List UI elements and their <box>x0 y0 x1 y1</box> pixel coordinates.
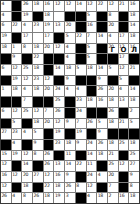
cell-r16c12[interactable]: 9 <box>129 172 139 182</box>
cell-r0c11[interactable]: 21 <box>119 1 129 11</box>
cell-r18c4[interactable]: 18 <box>44 193 54 203</box>
cell-number: 24 <box>76 108 81 113</box>
cell-r6c3[interactable]: 18 <box>33 65 43 75</box>
cell-r13c6[interactable]: 18 <box>65 140 75 150</box>
cell-number: 14 <box>76 1 81 6</box>
cell-number: 4 <box>2 1 5 6</box>
cell-r8c0[interactable]: 1 <box>1 86 11 96</box>
cell-r4c12[interactable]: 16Л <box>129 44 139 54</box>
cell-r17c10[interactable]: 7 <box>108 183 118 193</box>
block-cell-r4c7 <box>76 44 86 54</box>
cell-number: 25 <box>23 65 28 70</box>
cell-r3c2[interactable]: 17 <box>22 33 32 43</box>
cell-r10c1[interactable]: 12 <box>12 108 22 118</box>
cell-number: 7 <box>108 183 111 188</box>
cell-number: 16 <box>119 193 124 198</box>
cell-r8c1[interactable]: 18 <box>12 86 22 96</box>
cell-r2c8[interactable]: 16 <box>87 22 97 32</box>
cell-r12c5[interactable]: 19 <box>54 129 64 139</box>
block-cell-r5c5 <box>54 54 64 64</box>
cell-r11c1[interactable]: 5 <box>12 119 22 129</box>
cell-r18c8[interactable]: 4 <box>87 193 97 203</box>
cell-r14c1[interactable]: 19 <box>12 151 22 161</box>
cell-number: 12 <box>2 161 7 166</box>
cell-r12c2[interactable]: 4 <box>22 129 32 139</box>
cell-number: 20 <box>108 22 113 27</box>
cell-number: 2 <box>130 108 133 113</box>
block-cell-r7c10 <box>108 76 118 86</box>
cell-number: 22 <box>98 1 103 6</box>
cell-number: 4 <box>23 129 26 134</box>
cell-r9c2[interactable]: 7 <box>22 97 32 107</box>
cell-number: 12 <box>12 65 17 70</box>
cell-r6c11[interactable]: 12 <box>119 65 129 75</box>
cell-r3c9[interactable]: 14 <box>97 33 107 43</box>
cell-number: 18 <box>98 193 103 198</box>
cell-r3c4[interactable]: 17 <box>44 33 54 43</box>
cell-number: 26 <box>2 193 7 198</box>
cell-r12c3[interactable]: 5 <box>33 129 43 139</box>
cell-r1c2[interactable]: 19 <box>22 12 32 22</box>
block-cell-r18c7 <box>76 193 86 203</box>
cell-number: 23 <box>34 76 39 81</box>
cell-number: 17 <box>44 33 49 38</box>
cell-number: 18 <box>12 86 17 91</box>
cell-r1c8[interactable]: 5 <box>87 12 97 22</box>
cell-r17c8[interactable]: 12 <box>87 183 97 193</box>
cell-r17c6[interactable]: 26 <box>65 183 75 193</box>
cell-number: 19 <box>2 33 7 38</box>
block-cell-r1c1 <box>12 12 22 22</box>
block-cell-r3c5 <box>54 33 64 43</box>
cell-r12c7[interactable]: 19 <box>76 129 86 139</box>
cell-r0c0[interactable]: 4 <box>1 1 11 11</box>
cell-r16c6[interactable]: 9 <box>65 172 75 182</box>
cell-r2c1[interactable]: 22 <box>12 22 22 32</box>
cell-r8c3[interactable]: 18 <box>33 86 43 96</box>
cell-r6c10[interactable]: 5 <box>108 65 118 75</box>
block-cell-r10c8 <box>87 108 97 118</box>
cell-r18c2[interactable]: 8 <box>22 193 32 203</box>
cell-r11c8[interactable]: 26 <box>87 119 97 129</box>
cell-r13c12[interactable]: 18 <box>129 140 139 150</box>
cell-r8c2[interactable]: 4 <box>22 86 32 96</box>
cell-r0c10[interactable]: 12 <box>108 1 118 11</box>
cell-r0c9[interactable]: 22 <box>97 1 107 11</box>
cell-r11c6[interactable]: 9 <box>65 119 75 129</box>
cell-number: 18 <box>34 44 39 49</box>
cell-number: 19 <box>55 193 60 198</box>
cell-r7c2[interactable]: 12 <box>22 76 32 86</box>
cell-number: 20 <box>44 119 49 124</box>
cell-r10c5[interactable]: 26 <box>54 108 64 118</box>
cell-number: 20 <box>44 44 49 49</box>
cell-r7c6[interactable]: 9 <box>65 76 75 86</box>
cell-r14c3[interactable]: 8 <box>33 151 43 161</box>
cell-r12c0[interactable]: 27 <box>1 129 11 139</box>
cell-number: 26 <box>34 193 39 198</box>
cell-r14c6[interactable]: 11 <box>65 151 75 161</box>
cell-r16c10[interactable]: 20 <box>108 172 118 182</box>
cell-r4c2[interactable]: 8 <box>22 44 32 54</box>
cell-r4c0[interactable]: 18 <box>1 44 11 54</box>
cell-r13c10[interactable]: 18 <box>108 140 118 150</box>
cell-number: 5 <box>66 33 69 38</box>
cell-number: 14 <box>87 151 92 156</box>
cell-r9c10[interactable]: 18 <box>108 97 118 107</box>
cell-r2c10[interactable]: 20 <box>108 22 118 32</box>
cell-number: 18 <box>108 119 113 124</box>
cell-r2c0[interactable]: 6 <box>1 22 11 32</box>
cell-r4c5[interactable]: 12 <box>54 44 64 54</box>
cell-r14c8[interactable]: 14 <box>87 151 97 161</box>
cell-r8c6[interactable]: 4 <box>65 86 75 96</box>
cell-r18c9[interactable]: 18 <box>97 193 107 203</box>
cell-r4c8[interactable]: 5 <box>87 44 97 54</box>
cell-number: 26 <box>87 119 92 124</box>
block-cell-r15c1 <box>12 161 22 171</box>
cell-number: 5 <box>76 65 79 70</box>
cell-r17c5[interactable]: 18 <box>54 183 64 193</box>
cell-r9c8[interactable]: 18 <box>87 97 97 107</box>
block-cell-r3c1 <box>12 33 22 43</box>
cell-r8c5[interactable]: 24 <box>54 86 64 96</box>
cell-number: 18 <box>130 97 135 102</box>
block-cell-r7c0 <box>1 76 11 86</box>
cell-r3c6[interactable]: 5 <box>65 33 75 43</box>
cell-r3c8[interactable]: 7 <box>87 33 97 43</box>
cell-r15c6[interactable]: 14 <box>65 161 75 171</box>
cell-number: 12 <box>87 1 92 6</box>
cell-r17c2[interactable]: 18 <box>22 183 32 193</box>
cell-number: 13 <box>119 97 124 102</box>
block-cell-r12c11 <box>119 129 129 139</box>
cell-number: 18 <box>44 12 49 17</box>
cell-r2c2[interactable]: 4 <box>22 22 32 32</box>
cell-r5c1[interactable]: 9 <box>12 54 22 64</box>
cell-number: 26 <box>23 1 28 6</box>
cell-number: 18 <box>34 1 39 6</box>
cell-r8c11[interactable]: 4 <box>119 86 129 96</box>
cell-r4c1[interactable]: 1 <box>12 44 22 54</box>
cell-number: 8 <box>76 183 79 188</box>
cell-r7c9[interactable]: 9 <box>97 76 107 86</box>
cell-r8c12[interactable]: 14 <box>129 86 139 96</box>
cell-r9c9[interactable]: 16 <box>97 97 107 107</box>
cell-r8c10[interactable]: 20 <box>108 86 118 96</box>
cell-number: 18 <box>34 86 39 91</box>
cell-r15c0[interactable]: 12 <box>1 161 11 171</box>
cell-number: 21 <box>119 119 124 124</box>
cell-r8c9[interactable]: 26 <box>97 86 107 96</box>
cell-r6c1[interactable]: 12 <box>12 65 22 75</box>
cell-number: 9 <box>34 140 37 145</box>
cell-r17c0[interactable]: 12 <box>1 183 11 193</box>
cell-r18c11[interactable]: 16 <box>119 193 129 203</box>
block-cell-r17c1 <box>12 183 22 193</box>
cell-r9c12[interactable]: 18 <box>129 97 139 107</box>
cell-r9c7[interactable]: 23 <box>76 97 86 107</box>
block-cell-r12c10 <box>108 129 118 139</box>
cell-r16c1[interactable]: 12 <box>12 172 22 182</box>
cell-r2c12[interactable]: 14 <box>129 22 139 32</box>
cell-r6c7[interactable]: 5 <box>76 65 86 75</box>
cell-r12c9[interactable]: 9 <box>97 129 107 139</box>
cell-r4c3[interactable]: 18 <box>33 44 43 54</box>
cell-r11c10[interactable]: 18 <box>108 119 118 129</box>
cell-r10c2[interactable]: 25 <box>22 108 32 118</box>
given-letter: О <box>119 47 129 54</box>
cell-r18c3[interactable]: 26 <box>33 193 43 203</box>
block-cell-r10c11 <box>119 108 129 118</box>
cell-r15c4[interactable]: 26 <box>44 161 54 171</box>
cell-r14c0[interactable]: 15 <box>1 151 11 161</box>
cell-r5c11[interactable]: 17 <box>119 54 129 64</box>
cell-r6c2[interactable]: 25 <box>22 65 32 75</box>
cell-number: 18 <box>130 33 135 38</box>
cell-number: 21 <box>130 65 135 70</box>
cell-r14c4[interactable]: 26 <box>44 151 54 161</box>
cell-r15c5[interactable]: 13 <box>54 161 64 171</box>
cell-r0c8[interactable]: 12 <box>87 1 97 11</box>
cell-r6c9[interactable]: 14 <box>97 65 107 75</box>
cell-r15c12[interactable]: 27 <box>129 161 139 171</box>
cell-r9c5[interactable]: 25 <box>54 97 64 107</box>
cell-r7c1[interactable]: 19 <box>12 76 22 86</box>
cell-number: 5 <box>98 119 101 124</box>
block-cell-r14c11 <box>119 151 129 161</box>
cell-r0c4[interactable]: 16 <box>44 1 54 11</box>
cell-number: 12 <box>12 108 17 113</box>
cell-r14c12[interactable]: 25 <box>129 151 139 161</box>
cell-r4c10[interactable]: 20Г <box>108 44 118 54</box>
cell-r5c8[interactable]: 5 <box>87 54 97 64</box>
cell-r18c0[interactable]: 26 <box>1 193 11 203</box>
cell-r16c8[interactable]: 24 <box>87 172 97 182</box>
cell-r16c9[interactable]: 4 <box>97 172 107 182</box>
cell-number: 14 <box>66 161 71 166</box>
cell-r2c4[interactable]: 19 <box>44 22 54 32</box>
given-letter: Г <box>108 47 118 54</box>
cell-r2c5[interactable]: 13 <box>54 22 64 32</box>
cell-r16c4[interactable]: 12 <box>44 172 54 182</box>
cell-number: 25 <box>130 151 135 156</box>
cell-number: 27 <box>2 129 7 134</box>
cell-r1c12[interactable]: 18 <box>129 12 139 22</box>
cell-r6c0[interactable]: 6 <box>1 65 11 75</box>
block-cell-r17c9 <box>97 183 107 193</box>
cell-r17c4[interactable]: 22 <box>44 183 54 193</box>
cell-r11c12[interactable]: 5 <box>129 119 139 129</box>
cell-r4c6[interactable]: 4 <box>65 44 75 54</box>
cell-r0c5[interactable]: 12 <box>54 1 64 11</box>
cell-number: 7 <box>87 33 90 38</box>
cell-number: 4 <box>76 86 79 91</box>
cell-number: 26 <box>108 108 113 113</box>
cell-r14c2[interactable]: 12 <box>22 151 32 161</box>
cell-r16c3[interactable]: 27 <box>33 172 43 182</box>
block-cell-r11c2 <box>22 119 32 129</box>
block-cell-r5c4 <box>44 54 54 64</box>
block-cell-r1c3 <box>33 12 43 22</box>
cell-number: 22 <box>44 183 49 188</box>
cell-r10c7[interactable]: 24 <box>76 108 86 118</box>
cell-r6c8[interactable]: 18 <box>87 65 97 75</box>
cell-r3c10[interactable]: 4 <box>108 33 118 43</box>
cell-r13c8[interactable]: 24 <box>87 140 97 150</box>
cell-number: 26 <box>98 140 103 145</box>
cell-number: 26 <box>44 151 49 156</box>
cell-r1c4[interactable]: 18 <box>44 12 54 22</box>
block-cell-r13c0 <box>1 140 11 150</box>
cell-number: 12 <box>119 161 124 166</box>
block-cell-r12c12 <box>129 129 139 139</box>
cell-r6c12[interactable]: 21 <box>129 65 139 75</box>
block-cell-r13c2 <box>22 140 32 150</box>
cell-r0c6[interactable]: 12 <box>65 1 75 11</box>
cell-r10c3[interactable]: 12 <box>33 108 43 118</box>
cell-number: 4 <box>66 44 69 49</box>
cell-number: 20 <box>23 172 28 177</box>
cell-r6c5[interactable]: 14 <box>54 65 64 75</box>
cell-number: 18 <box>130 140 135 145</box>
cell-number: 18 <box>23 183 28 188</box>
cell-r11c5[interactable]: 12 <box>54 119 64 129</box>
cell-r0c7[interactable]: 14 <box>76 1 86 11</box>
cell-r10c0[interactable]: 6 <box>1 108 11 118</box>
cell-number: 5 <box>87 54 90 59</box>
cell-number: 4 <box>119 86 122 91</box>
cell-r1c5[interactable] <box>54 12 64 22</box>
cell-r15c10[interactable]: 25 <box>108 161 118 171</box>
cell-number: 14 <box>98 65 103 70</box>
cell-r0c12[interactable]: 16 <box>129 1 139 11</box>
cell-number: 11 <box>87 161 92 166</box>
cell-r3c3[interactable] <box>33 33 43 43</box>
cell-r13c3[interactable]: 9 <box>33 140 43 150</box>
block-cell-r2c11 <box>119 22 129 32</box>
cell-r6c6[interactable]: 18 <box>65 65 75 75</box>
cell-r8c4[interactable]: 20 <box>44 86 54 96</box>
cell-r17c7[interactable]: 8 <box>76 183 86 193</box>
cell-r3c0[interactable]: 19 <box>1 33 11 43</box>
block-cell-r13c4 <box>44 140 54 150</box>
cell-r3c12[interactable]: 18 <box>129 33 139 43</box>
cell-r11c9[interactable]: 5 <box>97 119 107 129</box>
cell-r11c7[interactable]: 7 <box>76 119 86 129</box>
cell-r4c4[interactable]: 20 <box>44 44 54 54</box>
cell-r5c6[interactable]: 4 <box>65 54 75 64</box>
cell-number: 12 <box>108 1 113 6</box>
cell-r16c5[interactable]: 16 <box>54 172 64 182</box>
cell-r18c12[interactable]: 18 <box>129 193 139 203</box>
block-cell-r10c6 <box>65 108 75 118</box>
cell-r10c12[interactable]: 2 <box>129 108 139 118</box>
block-cell-r16c11 <box>119 172 129 182</box>
cell-r18c10[interactable]: 2 <box>108 193 118 203</box>
cell-number: 4 <box>66 86 69 91</box>
cell-number: 20 <box>66 22 71 27</box>
cell-r0c2[interactable]: 26 <box>22 1 32 11</box>
cell-r13c7[interactable]: 9 <box>76 140 86 150</box>
cell-number: 4 <box>98 172 101 177</box>
cell-r9c11[interactable]: 13 <box>119 97 129 107</box>
cell-number: 18 <box>130 193 135 198</box>
cell-number: 2 <box>108 193 111 198</box>
cell-number: 8 <box>108 12 111 17</box>
cell-number: 9 <box>130 172 133 177</box>
cell-r13c1[interactable]: 4 <box>12 140 22 150</box>
cell-r0c3[interactable]: 18 <box>33 1 43 11</box>
cell-r11c11[interactable]: 21 <box>119 119 129 129</box>
cell-number: 27 <box>130 161 135 166</box>
cell-r15c2[interactable]: 14 <box>22 161 32 171</box>
cell-number: 23 <box>76 97 81 102</box>
block-cell-r12c6 <box>65 129 75 139</box>
block-cell-r5c9 <box>97 54 107 64</box>
cell-r13c11[interactable]: 25 <box>119 140 129 150</box>
cell-r2c3[interactable]: 23 <box>33 22 43 32</box>
cell-number: 13 <box>55 22 60 27</box>
cell-r14c10[interactable]: 21 <box>108 151 118 161</box>
cell-r5c3[interactable]: 22 <box>33 54 43 64</box>
cell-r4c11[interactable]: 12О <box>119 44 129 54</box>
cell-r3c7[interactable]: 22 <box>76 33 86 43</box>
cell-r12c1[interactable]: 23 <box>12 129 22 139</box>
cell-r15c8[interactable]: 11 <box>87 161 97 171</box>
block-cell-r14c5 <box>54 151 64 161</box>
cell-r7c11[interactable]: 5 <box>119 76 129 86</box>
cell-r14c9[interactable]: 18 <box>97 151 107 161</box>
cell-number: 21 <box>119 1 124 6</box>
cell-r7c4[interactable]: 12 <box>44 76 54 86</box>
block-cell-r5c10 <box>108 54 118 64</box>
cell-r10c10[interactable]: 26 <box>108 108 118 118</box>
cell-number: 21 <box>108 151 113 156</box>
cell-r17c12[interactable]: 8 <box>129 183 139 193</box>
cell-r16c2[interactable]: 20 <box>22 172 32 182</box>
cell-r7c3[interactable]: 23 <box>33 76 43 86</box>
cell-number: 14 <box>55 65 60 70</box>
cell-r18c5[interactable]: 19 <box>54 193 64 203</box>
cell-r15c7[interactable]: 22 <box>76 161 86 171</box>
cell-r15c11[interactable]: 12 <box>119 161 129 171</box>
cell-r1c10[interactable]: 8 <box>108 12 118 22</box>
cell-number: 25 <box>23 108 28 113</box>
cell-r18c6[interactable]: 3 <box>65 193 75 203</box>
cell-r2c6[interactable]: 20 <box>65 22 75 32</box>
cell-r13c9[interactable]: 26 <box>97 140 107 150</box>
cell-r1c0[interactable]: 4 <box>1 12 11 22</box>
cell-number: 14 <box>23 161 28 166</box>
cell-number: 19 <box>23 12 28 17</box>
cell-number: 18 <box>55 183 60 188</box>
cell-number: 12 <box>55 1 60 6</box>
cell-r18c1[interactable]: 4 <box>12 193 22 203</box>
block-cell-r5c0 <box>1 54 11 64</box>
cell-r8c7[interactable]: 4 <box>76 86 86 96</box>
cell-number: 22 <box>12 22 17 27</box>
block-cell-r9c1 <box>12 97 22 107</box>
cell-number: 18 <box>66 140 71 145</box>
cell-r16c0[interactable]: 16 <box>1 172 11 182</box>
block-cell-r7c12 <box>129 76 139 86</box>
cell-r13c5[interactable]: 23 <box>54 140 64 150</box>
cell-r11c4[interactable]: 20 <box>44 119 54 129</box>
cell-r10c4[interactable]: 7 <box>44 108 54 118</box>
cell-r3c11[interactable]: 17 <box>119 33 129 43</box>
cell-r11c3[interactable]: 18 <box>33 119 43 129</box>
